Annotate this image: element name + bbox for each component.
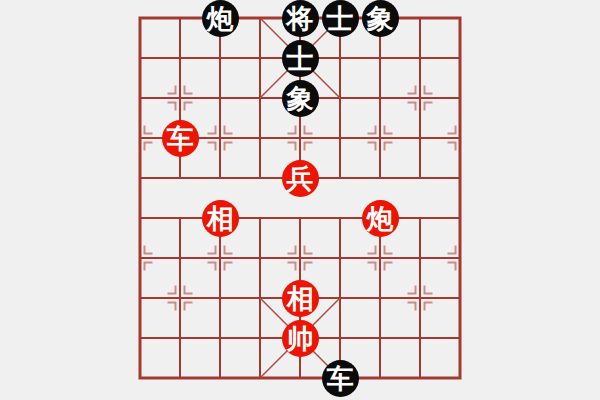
red-chariot[interactable]: 车 [162,120,199,157]
board-grid: 炮将士象士象车兵相炮相帅车 [120,0,480,398]
red-general-glyph: 帅 [287,320,314,357]
black-advisor-2[interactable]: 士 [282,40,319,77]
black-chariot[interactable]: 车 [322,360,359,397]
red-elephant-1[interactable]: 相 [202,200,239,237]
black-general-glyph: 将 [287,0,314,37]
red-cannon[interactable]: 炮 [362,200,399,237]
red-general[interactable]: 帅 [282,320,319,357]
red-elephant-2[interactable]: 相 [282,280,319,317]
black-advisor-1-glyph: 士 [327,0,354,37]
black-general[interactable]: 将 [282,0,319,37]
red-soldier[interactable]: 兵 [282,160,319,197]
black-cannon[interactable]: 炮 [202,0,239,37]
black-elephant-1[interactable]: 象 [362,0,399,37]
red-chariot-glyph: 车 [167,120,194,157]
xiangqi-board: 炮将士象士象车兵相炮相帅车 [120,0,480,398]
black-elephant-2-glyph: 象 [287,80,314,117]
black-cannon-glyph: 炮 [207,0,234,37]
red-elephant-2-glyph: 相 [287,280,314,317]
black-elephant-1-glyph: 象 [367,0,394,37]
black-advisor-1[interactable]: 士 [322,0,359,37]
red-elephant-1-glyph: 相 [207,200,234,237]
xiangqi-app: 炮将士象士象车兵相炮相帅车 [0,0,600,400]
red-cannon-glyph: 炮 [367,200,394,237]
black-chariot-glyph: 车 [327,360,354,397]
black-advisor-2-glyph: 士 [287,40,314,77]
red-soldier-glyph: 兵 [287,160,314,197]
black-elephant-2[interactable]: 象 [282,80,319,117]
